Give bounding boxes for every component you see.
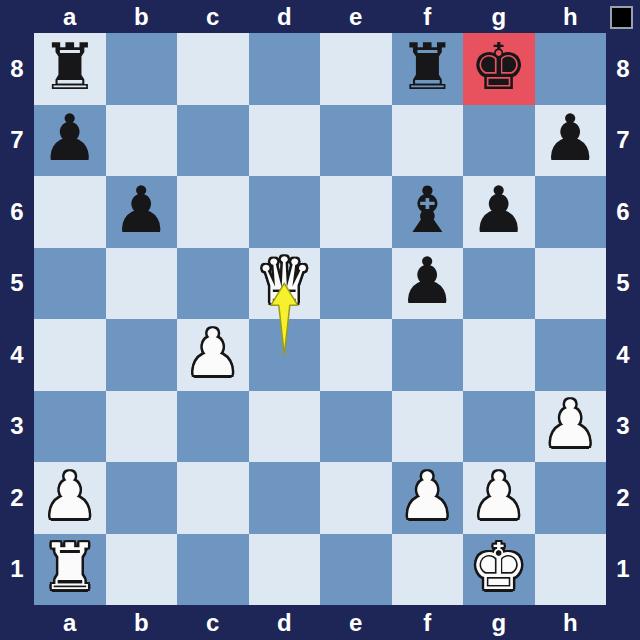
piece-white-pawn-h3[interactable]: ♟ [542, 392, 599, 456]
square-f4[interactable] [392, 319, 464, 391]
rank-label-3: 3 [0, 391, 34, 463]
rank-label-1: 1 [606, 534, 640, 606]
file-label-d: d [249, 605, 321, 640]
square-c6[interactable] [177, 176, 249, 248]
rank-label-1: 1 [0, 534, 34, 606]
rank-label-8: 8 [0, 33, 34, 105]
square-d8[interactable] [249, 33, 321, 105]
square-b1[interactable] [106, 534, 178, 606]
piece-black-pawn-a7[interactable]: ♟ [41, 106, 98, 170]
square-a2[interactable]: ♟ [34, 462, 106, 534]
file-label-f: f [392, 0, 464, 33]
piece-black-rook-a8[interactable]: ♜ [41, 35, 98, 99]
square-f6[interactable]: ♝ [392, 176, 464, 248]
rank-label-6: 6 [606, 176, 640, 248]
square-h5[interactable] [535, 248, 607, 320]
square-b5[interactable] [106, 248, 178, 320]
square-g1[interactable]: ♚ [463, 534, 535, 606]
file-label-g: g [463, 605, 535, 640]
rank-label-4: 4 [0, 319, 34, 391]
file-label-e: e [320, 605, 392, 640]
square-h6[interactable] [535, 176, 607, 248]
square-c4[interactable]: ♟ [177, 319, 249, 391]
square-b4[interactable] [106, 319, 178, 391]
square-e2[interactable] [320, 462, 392, 534]
chess-board: ♜♜♚♟♟♟♝♟♛♟♟♟♟♟♟♜♚ [34, 33, 606, 605]
square-f2[interactable]: ♟ [392, 462, 464, 534]
rank-label-7: 7 [0, 105, 34, 177]
piece-white-pawn-c4[interactable]: ♟ [184, 321, 241, 385]
square-a1[interactable]: ♜ [34, 534, 106, 606]
square-a3[interactable] [34, 391, 106, 463]
piece-white-pawn-f2[interactable]: ♟ [399, 464, 456, 528]
piece-black-pawn-g6[interactable]: ♟ [470, 178, 527, 242]
square-d3[interactable] [249, 391, 321, 463]
piece-black-pawn-b6[interactable]: ♟ [113, 178, 170, 242]
file-label-h: h [535, 605, 607, 640]
square-c1[interactable] [177, 534, 249, 606]
square-e6[interactable] [320, 176, 392, 248]
piece-black-bishop-f6[interactable]: ♝ [399, 178, 456, 242]
square-g7[interactable] [463, 105, 535, 177]
rank-label-5: 5 [606, 248, 640, 320]
black-to-move-indicator-icon [610, 6, 633, 29]
piece-white-king-g1[interactable]: ♚ [470, 535, 527, 599]
square-g5[interactable] [463, 248, 535, 320]
rank-label-3: 3 [606, 391, 640, 463]
square-e4[interactable] [320, 319, 392, 391]
rank-label-8: 8 [606, 33, 640, 105]
square-g8[interactable]: ♚ [463, 33, 535, 105]
square-d2[interactable] [249, 462, 321, 534]
file-label-d: d [249, 0, 321, 33]
file-label-e: e [320, 0, 392, 33]
square-e7[interactable] [320, 105, 392, 177]
piece-black-king-g8[interactable]: ♚ [470, 35, 527, 99]
rank-label-4: 4 [606, 319, 640, 391]
rank-label-5: 5 [0, 248, 34, 320]
square-e8[interactable] [320, 33, 392, 105]
piece-white-rook-a1[interactable]: ♜ [41, 535, 98, 599]
square-e5[interactable] [320, 248, 392, 320]
square-h4[interactable] [535, 319, 607, 391]
square-g3[interactable] [463, 391, 535, 463]
piece-white-queen-d5[interactable]: ♛ [256, 249, 313, 313]
square-g6[interactable]: ♟ [463, 176, 535, 248]
square-a8[interactable]: ♜ [34, 33, 106, 105]
rank-labels-right: 87654321 [606, 33, 640, 605]
square-h3[interactable]: ♟ [535, 391, 607, 463]
square-f7[interactable] [392, 105, 464, 177]
square-d5[interactable]: ♛ [249, 248, 321, 320]
square-e3[interactable] [320, 391, 392, 463]
piece-black-rook-f8[interactable]: ♜ [399, 35, 456, 99]
square-c3[interactable] [177, 391, 249, 463]
piece-black-pawn-f5[interactable]: ♟ [399, 249, 456, 313]
rank-label-6: 6 [0, 176, 34, 248]
rank-label-7: 7 [606, 105, 640, 177]
square-a7[interactable]: ♟ [34, 105, 106, 177]
square-c8[interactable] [177, 33, 249, 105]
square-f5[interactable]: ♟ [392, 248, 464, 320]
square-c5[interactable] [177, 248, 249, 320]
square-a4[interactable] [34, 319, 106, 391]
file-label-c: c [177, 605, 249, 640]
square-d1[interactable] [249, 534, 321, 606]
piece-black-pawn-h7[interactable]: ♟ [542, 106, 599, 170]
piece-white-pawn-g2[interactable]: ♟ [470, 464, 527, 528]
square-f1[interactable] [392, 534, 464, 606]
file-labels-bottom: abcdefgh [34, 605, 606, 640]
file-label-b: b [106, 605, 178, 640]
file-label-g: g [463, 0, 535, 33]
square-c7[interactable] [177, 105, 249, 177]
square-g2[interactable]: ♟ [463, 462, 535, 534]
piece-white-pawn-a2[interactable]: ♟ [41, 464, 98, 528]
square-b6[interactable]: ♟ [106, 176, 178, 248]
square-b2[interactable] [106, 462, 178, 534]
square-h2[interactable] [535, 462, 607, 534]
square-a5[interactable] [34, 248, 106, 320]
rank-label-2: 2 [0, 462, 34, 534]
square-f3[interactable] [392, 391, 464, 463]
file-label-a: a [34, 0, 106, 33]
square-h1[interactable] [535, 534, 607, 606]
square-d6[interactable] [249, 176, 321, 248]
square-d4[interactable] [249, 319, 321, 391]
square-b7[interactable] [106, 105, 178, 177]
square-d7[interactable] [249, 105, 321, 177]
file-labels-top: abcdefgh [34, 0, 606, 33]
file-label-a: a [34, 605, 106, 640]
file-label-f: f [392, 605, 464, 640]
square-b8[interactable] [106, 33, 178, 105]
square-g4[interactable] [463, 319, 535, 391]
file-label-h: h [535, 0, 607, 33]
square-b3[interactable] [106, 391, 178, 463]
square-c2[interactable] [177, 462, 249, 534]
rank-labels-left: 87654321 [0, 33, 34, 605]
board-frame: abcdefgh abcdefgh 87654321 87654321 ♜♜♚♟… [0, 0, 640, 640]
square-a6[interactable] [34, 176, 106, 248]
file-label-c: c [177, 0, 249, 33]
rank-label-2: 2 [606, 462, 640, 534]
square-h7[interactable]: ♟ [535, 105, 607, 177]
square-e1[interactable] [320, 534, 392, 606]
square-h8[interactable] [535, 33, 607, 105]
file-label-b: b [106, 0, 178, 33]
square-f8[interactable]: ♜ [392, 33, 464, 105]
